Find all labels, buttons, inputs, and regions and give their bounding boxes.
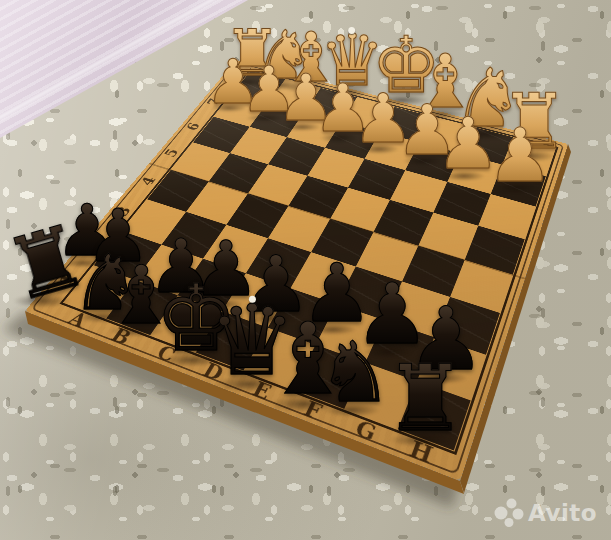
avito-logo-icon bbox=[494, 498, 524, 528]
queen-finial-ball bbox=[249, 296, 256, 303]
watermark: Avito bbox=[494, 498, 597, 528]
watermark-text: Avito bbox=[528, 500, 597, 526]
piece-black-rook-h1: ♜ bbox=[384, 353, 466, 445]
piece-black-knight-g1: ♞ bbox=[318, 331, 393, 414]
pawn-glyph: ♟ bbox=[487, 118, 554, 192]
rank-label-6: 6 bbox=[182, 121, 203, 132]
rank-label-4: 4 bbox=[137, 174, 160, 187]
queen-finial-ball bbox=[349, 27, 356, 34]
rook-glyph: ♜ bbox=[384, 353, 466, 445]
piece-white-pawn-h7: ♟ bbox=[487, 118, 554, 192]
photo-chess-set: 12345678ABCDEFGH ♜♞♝♛♚♟♝♟♟♞♟♟♜♟♟♟♟♟♟♜♟♞♟… bbox=[0, 0, 611, 540]
knight-glyph: ♞ bbox=[318, 331, 393, 414]
rank-label-5: 5 bbox=[160, 147, 182, 159]
